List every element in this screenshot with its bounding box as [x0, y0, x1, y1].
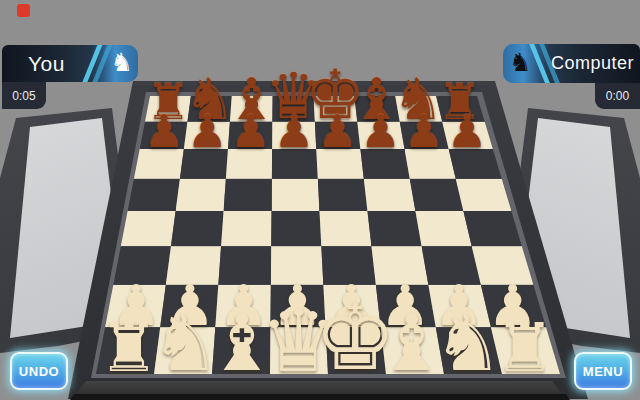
square-f5[interactable] [364, 179, 416, 211]
player-you-plate: You ♞ [2, 45, 138, 82]
record-indicator-icon [17, 4, 30, 17]
menu-button[interactable]: MENU [574, 352, 632, 390]
square-g5[interactable] [410, 179, 464, 211]
square-f4[interactable] [367, 211, 421, 246]
square-b5[interactable] [176, 179, 226, 211]
square-g4[interactable] [415, 211, 471, 246]
black-pawn-h7[interactable]: ♟ [444, 109, 489, 154]
black-knight-icon: ♞ [509, 50, 531, 75]
black-pawn-b7[interactable]: ♟ [185, 109, 230, 154]
square-c4[interactable] [221, 211, 271, 246]
square-d5[interactable] [272, 179, 320, 211]
player-computer-plate: ♞ Computer [503, 44, 640, 83]
undo-button[interactable]: UNDO [10, 352, 68, 390]
square-a4[interactable] [121, 211, 176, 246]
computer-timer: 0:00 [595, 83, 640, 109]
square-h5[interactable] [456, 179, 512, 211]
black-pawn-a7[interactable]: ♟ [141, 109, 186, 154]
white-rook-h1[interactable]: ♜ [491, 315, 558, 382]
square-e5[interactable] [318, 179, 368, 211]
square-d4[interactable] [271, 211, 321, 246]
player-computer-label: Computer [551, 53, 640, 74]
square-h4[interactable] [463, 211, 521, 246]
square-a5[interactable] [128, 179, 180, 211]
black-pawn-f7[interactable]: ♟ [358, 109, 403, 154]
you-timer: 0:05 [2, 82, 46, 109]
black-pawn-d7[interactable]: ♟ [271, 109, 316, 154]
white-knight-icon: ♞ [111, 50, 133, 75]
square-c5[interactable] [224, 179, 272, 211]
player-you-label: You [2, 52, 65, 76]
black-pawn-c7[interactable]: ♟ [228, 109, 273, 154]
black-pawn-g7[interactable]: ♟ [401, 109, 446, 154]
square-e4[interactable] [319, 211, 371, 246]
square-b4[interactable] [171, 211, 224, 246]
black-pawn-e7[interactable]: ♟ [315, 109, 360, 154]
